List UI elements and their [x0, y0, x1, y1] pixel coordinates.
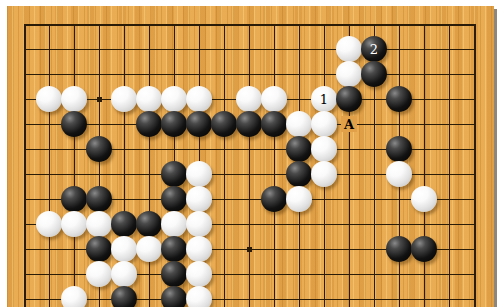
marker-A: A	[341, 116, 357, 132]
stone-black	[186, 111, 212, 137]
stone-white	[36, 86, 62, 112]
stone-white	[186, 236, 212, 262]
stone-black	[86, 236, 112, 262]
stone-white	[186, 261, 212, 287]
stone-black	[261, 111, 287, 137]
stone-black	[361, 61, 387, 87]
stone-white	[86, 261, 112, 287]
stone-white	[311, 136, 337, 162]
stone-move-label: 2	[370, 42, 378, 55]
stone-black	[336, 86, 362, 112]
stone-black	[386, 236, 412, 262]
stone-black	[86, 186, 112, 212]
stone-black	[161, 186, 187, 212]
stone-black	[61, 111, 87, 137]
stone-white	[61, 286, 87, 307]
stone-white	[161, 86, 187, 112]
stone-white	[186, 161, 212, 187]
stone-white	[411, 186, 437, 212]
stone-white	[336, 61, 362, 87]
stone-white	[311, 161, 337, 187]
stone-white: 1	[311, 86, 337, 112]
stone-black	[136, 211, 162, 237]
stone-white	[186, 211, 212, 237]
stone-white	[136, 236, 162, 262]
stone-black	[211, 111, 237, 137]
stone-white	[111, 236, 137, 262]
stone-white	[236, 86, 262, 112]
stone-black	[286, 136, 312, 162]
stone-black	[386, 136, 412, 162]
stone-black	[61, 186, 87, 212]
stone-white	[61, 86, 87, 112]
stone-white	[111, 261, 137, 287]
stone-move-label: 1	[320, 92, 328, 105]
stone-black: 2	[361, 36, 387, 62]
stone-white	[111, 86, 137, 112]
stone-black	[261, 186, 287, 212]
stone-white	[261, 86, 287, 112]
stone-black	[236, 111, 262, 137]
stone-black	[161, 236, 187, 262]
stone-black	[161, 111, 187, 137]
stone-black	[161, 286, 187, 307]
stone-black	[411, 236, 437, 262]
stone-black	[286, 161, 312, 187]
stone-black	[161, 161, 187, 187]
stone-white	[136, 86, 162, 112]
stone-black	[111, 211, 137, 237]
stone-white	[186, 286, 212, 307]
stone-white	[186, 186, 212, 212]
stone-white	[286, 186, 312, 212]
stone-white	[386, 161, 412, 187]
stone-white	[186, 86, 212, 112]
stone-white	[61, 211, 87, 237]
stone-white	[86, 211, 112, 237]
stone-white	[286, 111, 312, 137]
screenshot-stage: 21A	[0, 0, 500, 307]
stone-black	[161, 261, 187, 287]
board-stones-grid: 21A	[12, 12, 487, 307]
stone-black	[86, 136, 112, 162]
stone-black	[111, 286, 137, 307]
board-edge-shadow	[494, 9, 497, 307]
stone-black	[386, 86, 412, 112]
stone-black	[136, 111, 162, 137]
stone-white	[336, 36, 362, 62]
stone-white	[311, 111, 337, 137]
stone-white	[36, 211, 62, 237]
stone-white	[161, 211, 187, 237]
